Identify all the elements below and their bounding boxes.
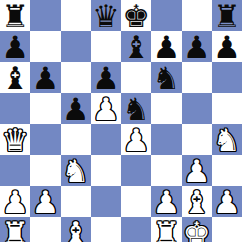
square-g1[interactable]: ♚ (182, 217, 212, 242)
square-b5[interactable] (30, 93, 60, 124)
square-f5[interactable] (151, 93, 181, 124)
square-h1[interactable] (212, 217, 242, 242)
square-h8[interactable]: ♜ (212, 0, 242, 31)
square-a3[interactable] (0, 155, 30, 186)
square-g8[interactable] (182, 0, 212, 31)
piece-black-pawn[interactable]: ♟ (92, 63, 120, 94)
piece-black-pawn[interactable]: ♟ (31, 63, 59, 94)
piece-black-pawn[interactable]: ♟ (152, 32, 180, 63)
square-a8[interactable]: ♜ (0, 0, 30, 31)
square-d5[interactable]: ♟ (91, 93, 121, 124)
square-e5[interactable]: ♞ (121, 93, 151, 124)
square-a4[interactable]: ♛ (0, 124, 30, 155)
piece-white-bishop[interactable]: ♝ (183, 187, 211, 218)
piece-black-bishop[interactable]: ♝ (1, 63, 29, 94)
square-b3[interactable] (30, 155, 60, 186)
piece-black-knight[interactable]: ♞ (152, 63, 180, 94)
square-f6[interactable]: ♞ (151, 62, 181, 93)
piece-white-pawn[interactable]: ♟ (152, 187, 180, 218)
square-c6[interactable] (61, 62, 91, 93)
square-f3[interactable] (151, 155, 181, 186)
piece-black-pawn[interactable]: ♟ (213, 32, 241, 63)
square-c5[interactable]: ♟ (61, 93, 91, 124)
square-a5[interactable] (0, 93, 30, 124)
piece-black-pawn[interactable]: ♟ (183, 32, 211, 63)
square-c1[interactable]: ♝ (61, 217, 91, 242)
piece-white-king[interactable]: ♚ (183, 218, 211, 242)
square-f8[interactable] (151, 0, 181, 31)
square-h2[interactable]: ♟ (212, 186, 242, 217)
piece-white-bishop[interactable]: ♝ (62, 218, 90, 242)
square-f7[interactable]: ♟ (151, 31, 181, 62)
piece-white-rook[interactable]: ♜ (1, 218, 29, 242)
square-f2[interactable]: ♟ (151, 186, 181, 217)
square-b1[interactable] (30, 217, 60, 242)
piece-white-rook[interactable]: ♜ (152, 218, 180, 242)
square-a1[interactable]: ♜ (0, 217, 30, 242)
square-h5[interactable] (212, 93, 242, 124)
piece-white-knight[interactable]: ♞ (213, 125, 241, 156)
square-e8[interactable]: ♚ (121, 0, 151, 31)
square-e1[interactable] (121, 217, 151, 242)
piece-black-queen[interactable]: ♛ (92, 1, 120, 32)
square-d6[interactable]: ♟ (91, 62, 121, 93)
piece-white-pawn[interactable]: ♟ (213, 187, 241, 218)
piece-white-pawn[interactable]: ♟ (31, 187, 59, 218)
square-f1[interactable]: ♜ (151, 217, 181, 242)
piece-white-queen[interactable]: ♛ (1, 125, 29, 156)
square-d8[interactable]: ♛ (91, 0, 121, 31)
square-e6[interactable] (121, 62, 151, 93)
square-c7[interactable] (61, 31, 91, 62)
square-c3[interactable]: ♞ (61, 155, 91, 186)
piece-black-rook[interactable]: ♜ (1, 1, 29, 32)
square-d4[interactable] (91, 124, 121, 155)
square-g2[interactable]: ♝ (182, 186, 212, 217)
square-b2[interactable]: ♟ (30, 186, 60, 217)
square-f4[interactable] (151, 124, 181, 155)
piece-black-rook[interactable]: ♜ (213, 1, 241, 32)
square-g4[interactable] (182, 124, 212, 155)
square-e2[interactable] (121, 186, 151, 217)
square-h7[interactable]: ♟ (212, 31, 242, 62)
piece-black-king[interactable]: ♚ (122, 1, 150, 32)
piece-black-pawn[interactable]: ♟ (1, 32, 29, 63)
square-g7[interactable]: ♟ (182, 31, 212, 62)
square-e7[interactable]: ♝ (121, 31, 151, 62)
square-c2[interactable] (61, 186, 91, 217)
square-g3[interactable]: ♟ (182, 155, 212, 186)
square-b7[interactable] (30, 31, 60, 62)
chess-board: ♜♛♚♜♟♝♟♟♟♝♟♟♞♟♟♞♛♟♞♞♟♟♟♟♝♟♜♝♜♚ (0, 0, 242, 242)
square-b6[interactable]: ♟ (30, 62, 60, 93)
square-a6[interactable]: ♝ (0, 62, 30, 93)
square-e3[interactable] (121, 155, 151, 186)
square-g5[interactable] (182, 93, 212, 124)
piece-black-bishop[interactable]: ♝ (122, 32, 150, 63)
piece-white-knight[interactable]: ♞ (62, 156, 90, 187)
square-h3[interactable] (212, 155, 242, 186)
square-e4[interactable]: ♟ (121, 124, 151, 155)
square-d7[interactable] (91, 31, 121, 62)
square-a2[interactable]: ♟ (0, 186, 30, 217)
piece-black-pawn[interactable]: ♟ (62, 94, 90, 125)
square-d3[interactable] (91, 155, 121, 186)
square-g6[interactable] (182, 62, 212, 93)
square-c4[interactable] (61, 124, 91, 155)
square-d1[interactable] (91, 217, 121, 242)
square-c8[interactable] (61, 0, 91, 31)
square-b8[interactable] (30, 0, 60, 31)
square-h6[interactable] (212, 62, 242, 93)
piece-white-pawn[interactable]: ♟ (183, 156, 211, 187)
piece-white-pawn[interactable]: ♟ (1, 187, 29, 218)
piece-white-pawn[interactable]: ♟ (92, 94, 120, 125)
square-b4[interactable] (30, 124, 60, 155)
piece-black-knight[interactable]: ♞ (122, 94, 150, 125)
piece-white-pawn[interactable]: ♟ (122, 125, 150, 156)
square-h4[interactable]: ♞ (212, 124, 242, 155)
square-d2[interactable] (91, 186, 121, 217)
square-a7[interactable]: ♟ (0, 31, 30, 62)
